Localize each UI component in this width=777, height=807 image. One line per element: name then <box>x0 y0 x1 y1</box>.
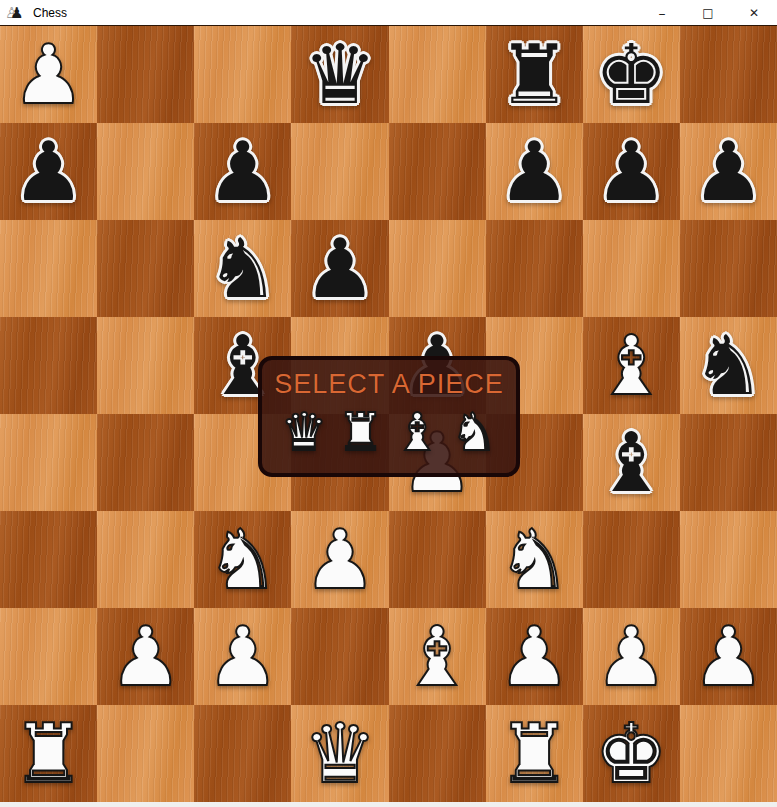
piece-black-rook[interactable]: ♜ <box>497 34 571 116</box>
square-e1[interactable] <box>389 705 486 802</box>
square-b5[interactable] <box>97 317 194 414</box>
square-g5[interactable]: ♝ <box>583 317 680 414</box>
piece-white-king[interactable]: ♚ <box>595 713 669 795</box>
piece-black-pawn[interactable]: ♟ <box>497 131 571 213</box>
maximize-button[interactable]: □ <box>685 0 731 25</box>
square-h4[interactable] <box>680 414 777 511</box>
square-e3[interactable] <box>389 511 486 608</box>
piece-black-pawn[interactable]: ♟ <box>692 131 766 213</box>
square-e8[interactable] <box>389 26 486 123</box>
square-a7[interactable]: ♟ <box>0 123 97 220</box>
promote-knight-button[interactable]: ♞ <box>446 402 502 462</box>
square-a6[interactable] <box>0 220 97 317</box>
square-g2[interactable]: ♟ <box>583 608 680 705</box>
square-d7[interactable] <box>291 123 388 220</box>
square-f7[interactable]: ♟ <box>486 123 583 220</box>
promotion-dialog: SELECT A PIECE ♛♜♝♞ <box>258 356 520 477</box>
queen-icon: ♛ <box>281 406 328 458</box>
bishop-icon: ♝ <box>394 406 441 458</box>
piece-black-queen[interactable]: ♛ <box>303 34 377 116</box>
piece-white-rook[interactable]: ♜ <box>497 713 571 795</box>
window-controls: – □ ✕ <box>639 0 777 25</box>
square-h8[interactable] <box>680 26 777 123</box>
square-g8[interactable]: ♚ <box>583 26 680 123</box>
square-f8[interactable]: ♜ <box>486 26 583 123</box>
square-h6[interactable] <box>680 220 777 317</box>
square-b8[interactable] <box>97 26 194 123</box>
square-c6[interactable]: ♞ <box>194 220 291 317</box>
square-b6[interactable] <box>97 220 194 317</box>
piece-white-knight[interactable]: ♞ <box>206 519 280 601</box>
square-f6[interactable] <box>486 220 583 317</box>
piece-black-bishop[interactable]: ♝ <box>595 422 669 504</box>
knight-icon: ♞ <box>451 406 498 458</box>
square-h1[interactable] <box>680 705 777 802</box>
square-g1[interactable]: ♚ <box>583 705 680 802</box>
square-c3[interactable]: ♞ <box>194 511 291 608</box>
app-icon: ♙ ♟ <box>7 4 25 22</box>
piece-black-knight[interactable]: ♞ <box>692 325 766 407</box>
piece-white-rook[interactable]: ♜ <box>12 713 86 795</box>
square-b2[interactable]: ♟ <box>97 608 194 705</box>
chess-window: ♙ ♟ Chess – □ ✕ ♟♛♜♚♟♟♟♟♟♞♟♝♟♝♞♟♝♞♟♞♟♟♝♟… <box>0 0 777 807</box>
minimize-button[interactable]: – <box>639 0 685 25</box>
square-c8[interactable] <box>194 26 291 123</box>
square-a3[interactable] <box>0 511 97 608</box>
square-h3[interactable] <box>680 511 777 608</box>
square-h2[interactable]: ♟ <box>680 608 777 705</box>
square-c7[interactable]: ♟ <box>194 123 291 220</box>
square-f2[interactable]: ♟ <box>486 608 583 705</box>
rook-icon: ♜ <box>337 406 384 458</box>
app-icon-black-pawn: ♟ <box>10 4 23 22</box>
square-e7[interactable] <box>389 123 486 220</box>
square-d2[interactable] <box>291 608 388 705</box>
piece-white-pawn[interactable]: ♟ <box>109 616 183 698</box>
square-d8[interactable]: ♛ <box>291 26 388 123</box>
window-title: Chess <box>33 6 67 20</box>
square-e2[interactable]: ♝ <box>389 608 486 705</box>
square-c2[interactable]: ♟ <box>194 608 291 705</box>
square-b7[interactable] <box>97 123 194 220</box>
piece-white-pawn[interactable]: ♟ <box>12 34 86 116</box>
piece-black-pawn[interactable]: ♟ <box>12 131 86 213</box>
square-d1[interactable]: ♛ <box>291 705 388 802</box>
square-e6[interactable] <box>389 220 486 317</box>
piece-black-pawn[interactable]: ♟ <box>206 131 280 213</box>
piece-white-knight[interactable]: ♞ <box>497 519 571 601</box>
piece-black-pawn[interactable]: ♟ <box>303 228 377 310</box>
square-a4[interactable] <box>0 414 97 511</box>
piece-white-pawn[interactable]: ♟ <box>595 616 669 698</box>
square-a5[interactable] <box>0 317 97 414</box>
square-b1[interactable] <box>97 705 194 802</box>
promote-bishop-button[interactable]: ♝ <box>389 402 445 462</box>
square-b3[interactable] <box>97 511 194 608</box>
square-h7[interactable]: ♟ <box>680 123 777 220</box>
square-d3[interactable]: ♟ <box>291 511 388 608</box>
square-d6[interactable]: ♟ <box>291 220 388 317</box>
square-f1[interactable]: ♜ <box>486 705 583 802</box>
square-g4[interactable]: ♝ <box>583 414 680 511</box>
piece-black-king[interactable]: ♚ <box>595 34 669 116</box>
window-bottom-border <box>0 802 777 807</box>
piece-black-knight[interactable]: ♞ <box>206 228 280 310</box>
square-g3[interactable] <box>583 511 680 608</box>
square-g7[interactable]: ♟ <box>583 123 680 220</box>
promote-queen-button[interactable]: ♛ <box>276 402 332 462</box>
piece-black-pawn[interactable]: ♟ <box>595 131 669 213</box>
piece-white-pawn[interactable]: ♟ <box>692 616 766 698</box>
piece-white-bishop[interactable]: ♝ <box>400 616 474 698</box>
title-bar: ♙ ♟ Chess – □ ✕ <box>0 0 777 25</box>
square-b4[interactable] <box>97 414 194 511</box>
piece-white-pawn[interactable]: ♟ <box>497 616 571 698</box>
square-c1[interactable] <box>194 705 291 802</box>
promotion-options: ♛♜♝♞ <box>262 402 516 462</box>
promotion-dialog-title: SELECT A PIECE <box>262 369 516 400</box>
square-a8[interactable]: ♟ <box>0 26 97 123</box>
square-h5[interactable]: ♞ <box>680 317 777 414</box>
close-button[interactable]: ✕ <box>731 0 777 25</box>
square-a2[interactable] <box>0 608 97 705</box>
piece-white-pawn[interactable]: ♟ <box>303 519 377 601</box>
piece-white-queen[interactable]: ♛ <box>303 713 377 795</box>
square-a1[interactable]: ♜ <box>0 705 97 802</box>
square-f3[interactable]: ♞ <box>486 511 583 608</box>
promote-rook-button[interactable]: ♜ <box>333 402 389 462</box>
piece-white-bishop[interactable]: ♝ <box>595 325 669 407</box>
square-g6[interactable] <box>583 220 680 317</box>
piece-white-pawn[interactable]: ♟ <box>206 616 280 698</box>
